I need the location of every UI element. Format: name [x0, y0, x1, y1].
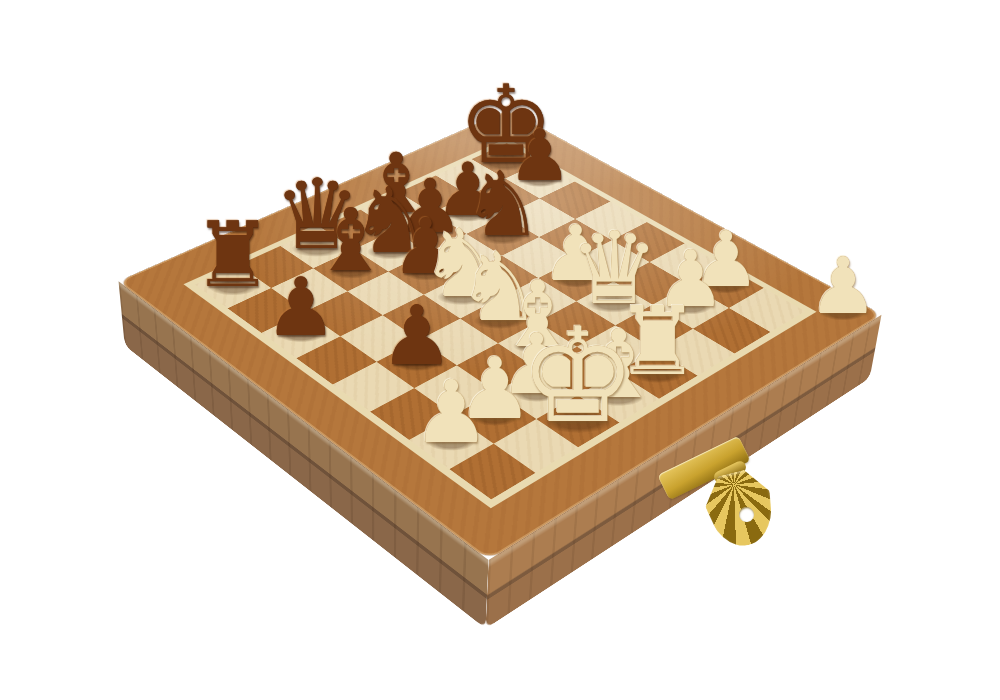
latch-hole: [738, 506, 756, 524]
brass-latch: [655, 438, 795, 563]
scene-rotation: [0, 0, 1000, 700]
product-photo: ♚♟♝♟♟♞♛♞♝♟♟♟♜♞♛♟♟♞♟♝♟♜♟♝♟♚♟: [0, 0, 1000, 700]
